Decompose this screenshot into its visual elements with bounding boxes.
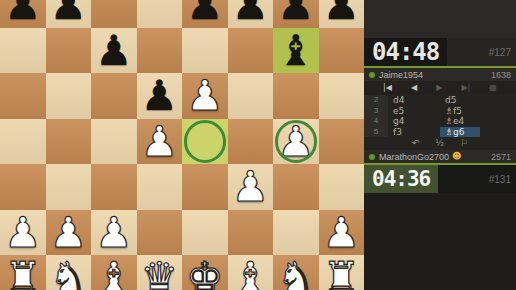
square-a7[interactable]: ♟ [0,0,46,28]
square-a4[interactable] [0,119,46,165]
white-knight: ♞ [46,255,92,290]
white-pawn: ♟ [319,210,365,256]
square-c7[interactable] [91,0,137,28]
square-c6[interactable]: ♟ [91,28,137,74]
white-player-rating: 2571 [491,152,511,162]
move-nav: |◀◀▶▶|▦ [364,81,516,95]
nav-last-button[interactable]: ▶| [461,84,470,92]
white-knight: ♞ [273,255,319,290]
offer-draw-button[interactable]: ½ [435,139,444,148]
square-g4[interactable]: ♟ [273,119,319,165]
square-b1[interactable]: ♞ [46,255,92,290]
white-move[interactable]: f3 [388,127,440,138]
white-clock-time: 04:36 [372,167,430,191]
black-player-name[interactable]: Jaime1954 [379,70,423,80]
white-pawn: ♟ [46,210,92,256]
nav-prev-button[interactable]: ◀ [411,84,417,92]
square-g7[interactable]: ♟ [273,0,319,28]
black-pawn: ♟ [319,0,365,28]
white-bishop: ♝ [91,255,137,290]
sidebar-top-spacer [364,0,516,38]
square-e2[interactable] [182,210,228,256]
square-a6[interactable] [0,28,46,74]
square-b7[interactable]: ♟ [46,0,92,28]
game-actions: ↶½⚐ [364,137,516,150]
square-g6[interactable]: ♝ [273,28,319,74]
square-g3[interactable] [273,164,319,210]
move-number: 3 [364,106,388,117]
square-e5[interactable]: ♟ [182,73,228,119]
square-c3[interactable] [91,164,137,210]
square-c2[interactable]: ♟ [91,210,137,256]
square-b4[interactable] [46,119,92,165]
black-clock-row: 04:48 #127 [364,38,516,66]
black-move[interactable]: d5 [440,95,480,106]
black-pawn: ♟ [228,0,274,28]
black-bishop: ♝ [273,28,319,74]
square-f6[interactable] [228,28,274,74]
move-list: 2d4d53e5♗f54g4♗e45f3♗g6 [364,95,516,137]
square-d6[interactable] [137,28,183,74]
square-f2[interactable] [228,210,274,256]
player-flair-icon: ☻ [452,152,461,161]
square-e7[interactable]: ♟ [182,0,228,28]
takeback-button[interactable]: ↶ [412,139,420,148]
resign-button[interactable]: ⚐ [460,139,468,148]
black-pawn: ♟ [273,0,319,28]
white-rook: ♜ [0,255,46,290]
move-row: 5f3♗g6 [364,127,516,138]
black-game-number: #127 [489,47,516,58]
white-player-name[interactable]: MarathonGo2700 [379,152,449,162]
move-number: 4 [364,116,388,127]
white-move[interactable]: g4 [388,116,440,127]
nav-next-button[interactable]: ▶ [436,84,442,92]
move-number: 5 [364,127,388,138]
square-g1[interactable]: ♞ [273,255,319,290]
square-b5[interactable] [46,73,92,119]
app-window: ♜♞♛♚♝♞♜♟♟♟♟♟♟♟♝♟♟♟♟♟♟♟♟♟♜♞♝♛♚♝♞♜ 04:48 #… [0,0,516,290]
square-f3[interactable]: ♟ [228,164,274,210]
white-queen: ♛ [137,255,183,290]
black-move[interactable]: ♗g6 [440,127,480,138]
square-e4[interactable] [182,119,228,165]
square-b2[interactable]: ♟ [46,210,92,256]
white-pawn: ♟ [228,164,274,210]
move-row: 3e5♗f5 [364,106,516,117]
white-clock-active: 04:36 [364,165,438,193]
nav-analysis-board-button[interactable]: ▦ [489,84,497,92]
black-pawn: ♟ [137,73,183,119]
chess-board: ♜♞♛♚♝♞♜♟♟♟♟♟♟♟♝♟♟♟♟♟♟♟♟♟♜♞♝♛♚♝♞♜ [0,0,364,290]
white-clock-row: 04:36 #131 [364,165,516,193]
square-d5[interactable]: ♟ [137,73,183,119]
square-f1[interactable]: ♝ [228,255,274,290]
square-d1[interactable]: ♛ [137,255,183,290]
square-g2[interactable] [273,210,319,256]
square-d7[interactable] [137,0,183,28]
square-d2[interactable] [137,210,183,256]
square-a2[interactable]: ♟ [0,210,46,256]
move-number: 2 [364,95,388,106]
square-c5[interactable] [91,73,137,119]
square-f4[interactable] [228,119,274,165]
square-a5[interactable] [0,73,46,119]
black-clock: 04:48 [364,38,447,66]
white-pawn: ♟ [91,210,137,256]
square-b3[interactable] [46,164,92,210]
black-pawn: ♟ [0,0,46,28]
white-bishop: ♝ [228,255,274,290]
square-c4[interactable] [91,119,137,165]
square-g5[interactable] [273,73,319,119]
square-d4[interactable]: ♟ [137,119,183,165]
square-c1[interactable]: ♝ [91,255,137,290]
square-h4[interactable] [319,119,365,165]
white-move[interactable]: e5 [388,106,440,117]
black-pawn: ♟ [182,0,228,28]
black-move[interactable]: ♗f5 [440,106,480,117]
white-pawn: ♟ [182,73,228,119]
white-king: ♚ [182,255,228,290]
square-e1[interactable]: ♚ [182,255,228,290]
move-row: 4g4♗e4 [364,116,516,127]
black-pawn: ♟ [46,0,92,28]
square-h7[interactable]: ♟ [319,0,365,28]
black-player-rating: 1638 [491,70,511,80]
online-dot [369,72,375,78]
square-e3[interactable] [182,164,228,210]
black-player-row: Jaime1954 1638 [364,68,516,81]
move-row: 2d4d5 [364,95,516,106]
square-f5[interactable] [228,73,274,119]
black-move[interactable]: ♗e4 [440,116,480,127]
board-grid: ♜♞♛♚♝♞♜♟♟♟♟♟♟♟♝♟♟♟♟♟♟♟♟♟♜♞♝♛♚♝♞♜ [0,0,364,290]
square-h6[interactable] [319,28,365,74]
square-b6[interactable] [46,28,92,74]
white-player-row: MarathonGo2700 ☻ 2571 [364,150,516,163]
square-h1[interactable]: ♜ [319,255,365,290]
square-h2[interactable]: ♟ [319,210,365,256]
online-dot [369,154,375,160]
game-sidebar: 04:48 #127 Jaime1954 1638 |◀◀▶▶|▦ 2d4d53… [364,0,516,290]
square-d3[interactable] [137,164,183,210]
square-e6[interactable] [182,28,228,74]
nav-first-button[interactable]: |◀ [383,84,392,92]
square-f7[interactable]: ♟ [228,0,274,28]
white-pawn: ♟ [0,210,46,256]
white-pawn: ♟ [273,119,319,165]
black-clock-time: 04:48 [372,38,439,66]
square-a3[interactable] [0,164,46,210]
black-pawn: ♟ [91,28,137,74]
square-h5[interactable] [319,73,365,119]
white-move[interactable]: d4 [388,95,440,106]
white-game-number: #131 [489,174,516,185]
sidebar-bottom-spacer [364,193,516,290]
square-h3[interactable] [319,164,365,210]
white-pawn: ♟ [137,119,183,165]
white-rook: ♜ [319,255,365,290]
square-a1[interactable]: ♜ [0,255,46,290]
